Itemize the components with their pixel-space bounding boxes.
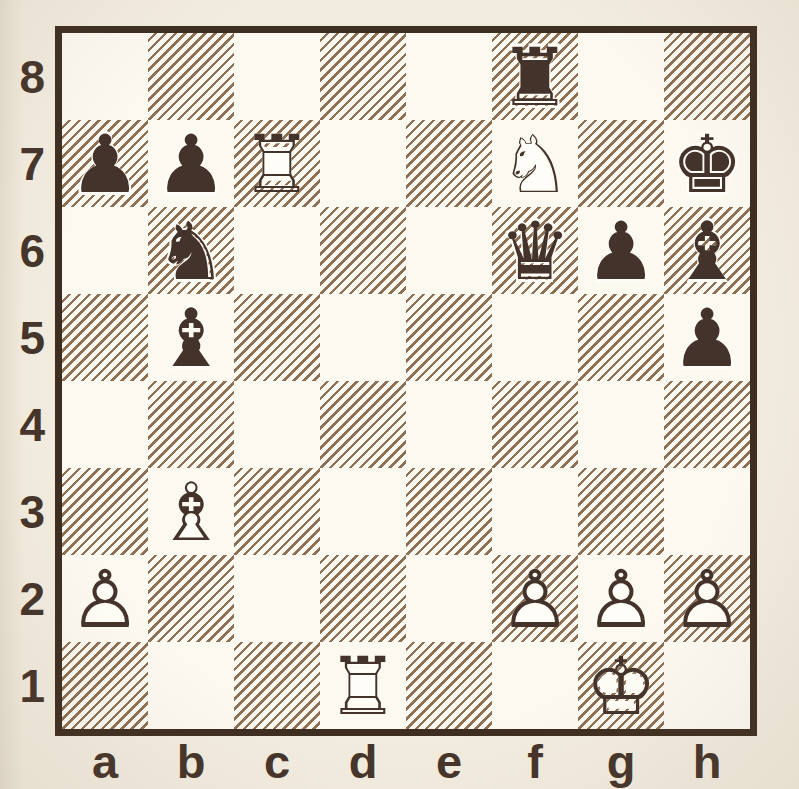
file-label-d: d <box>320 738 406 786</box>
rank-label-4: 4 <box>0 381 50 468</box>
square-a5 <box>62 294 148 381</box>
square-e6 <box>406 207 492 294</box>
white-piece-outline: ♙ <box>664 556 750 643</box>
square-f6: ♛♛ <box>492 207 578 294</box>
square-g2: ♟♙ <box>578 555 664 642</box>
board-grid: ♜♜♟♟♟♟♜♖♞♘♚♚♞♞♛♛♟♟♝♝♝♝♟♟♝♗♟♙♟♙♟♙♟♙♜♖♚♔ <box>62 33 750 729</box>
square-e1 <box>406 642 492 729</box>
square-e5 <box>406 294 492 381</box>
piece-white-rook: ♜♖ <box>234 120 320 207</box>
square-g5 <box>578 294 664 381</box>
file-label-b: b <box>148 738 234 786</box>
white-piece-outline: ♙ <box>492 556 578 643</box>
piece-black-king: ♚♚ <box>664 120 750 207</box>
square-c3 <box>234 468 320 555</box>
square-d1: ♜♖ <box>320 642 406 729</box>
rank-label-5: 5 <box>0 294 50 381</box>
piece-black-knight: ♞♞ <box>148 207 234 294</box>
square-h1 <box>664 642 750 729</box>
square-h2: ♟♙ <box>664 555 750 642</box>
square-b8 <box>148 33 234 120</box>
white-piece-outline: ♖ <box>234 121 320 208</box>
square-b5: ♝♝ <box>148 294 234 381</box>
square-e3 <box>406 468 492 555</box>
square-b2 <box>148 555 234 642</box>
piece-white-pawn: ♟♙ <box>578 555 664 642</box>
white-piece-outline: ♔ <box>578 643 664 730</box>
square-h6: ♝♝ <box>664 207 750 294</box>
square-d8 <box>320 33 406 120</box>
square-c7: ♜♖ <box>234 120 320 207</box>
square-d2 <box>320 555 406 642</box>
square-d4 <box>320 381 406 468</box>
black-piece-glyph: ♜ <box>492 34 578 121</box>
rank-label-8: 8 <box>0 33 50 120</box>
piece-white-bishop: ♝♗ <box>148 468 234 555</box>
piece-white-pawn: ♟♙ <box>492 555 578 642</box>
black-piece-glyph: ♛ <box>492 208 578 295</box>
white-piece-outline: ♙ <box>578 556 664 643</box>
square-d5 <box>320 294 406 381</box>
square-b6: ♞♞ <box>148 207 234 294</box>
square-h7: ♚♚ <box>664 120 750 207</box>
square-g7 <box>578 120 664 207</box>
square-a8 <box>62 33 148 120</box>
piece-black-pawn: ♟♟ <box>62 120 148 207</box>
file-label-h: h <box>664 738 750 786</box>
square-f8: ♜♜ <box>492 33 578 120</box>
square-c5 <box>234 294 320 381</box>
white-piece-outline: ♙ <box>62 556 148 643</box>
piece-black-pawn: ♟♟ <box>664 294 750 381</box>
piece-white-rook: ♜♖ <box>320 642 406 729</box>
piece-black-rook: ♜♜ <box>492 33 578 120</box>
file-label-c: c <box>234 738 320 786</box>
black-piece-glyph: ♟ <box>664 295 750 382</box>
rank-label-7: 7 <box>0 120 50 207</box>
black-piece-glyph: ♝ <box>664 208 750 295</box>
square-f5 <box>492 294 578 381</box>
square-f4 <box>492 381 578 468</box>
white-piece-outline: ♘ <box>492 121 578 208</box>
piece-white-knight: ♞♘ <box>492 120 578 207</box>
rank-label-1: 1 <box>0 642 50 729</box>
square-c8 <box>234 33 320 120</box>
piece-black-queen: ♛♛ <box>492 207 578 294</box>
square-d7 <box>320 120 406 207</box>
square-h3 <box>664 468 750 555</box>
square-h8 <box>664 33 750 120</box>
square-e4 <box>406 381 492 468</box>
piece-white-pawn: ♟♙ <box>62 555 148 642</box>
square-c6 <box>234 207 320 294</box>
piece-white-pawn: ♟♙ <box>664 555 750 642</box>
square-b3: ♝♗ <box>148 468 234 555</box>
square-g3 <box>578 468 664 555</box>
black-piece-glyph: ♟ <box>148 121 234 208</box>
file-label-a: a <box>62 738 148 786</box>
square-c2 <box>234 555 320 642</box>
square-c1 <box>234 642 320 729</box>
file-label-e: e <box>406 738 492 786</box>
square-g6: ♟♟ <box>578 207 664 294</box>
square-h5: ♟♟ <box>664 294 750 381</box>
black-piece-glyph: ♝ <box>148 295 234 382</box>
square-h4 <box>664 381 750 468</box>
square-f2: ♟♙ <box>492 555 578 642</box>
square-a7: ♟♟ <box>62 120 148 207</box>
square-a6 <box>62 207 148 294</box>
white-piece-outline: ♖ <box>320 643 406 730</box>
square-f7: ♞♘ <box>492 120 578 207</box>
square-a4 <box>62 381 148 468</box>
piece-black-bishop: ♝♝ <box>148 294 234 381</box>
square-g8 <box>578 33 664 120</box>
piece-black-pawn: ♟♟ <box>578 207 664 294</box>
black-piece-glyph: ♞ <box>148 208 234 295</box>
piece-white-king: ♚♔ <box>578 642 664 729</box>
piece-black-bishop: ♝♝ <box>664 207 750 294</box>
rank-labels: 87654321 <box>0 33 50 729</box>
square-e8 <box>406 33 492 120</box>
square-g1: ♚♔ <box>578 642 664 729</box>
square-g4 <box>578 381 664 468</box>
rank-label-3: 3 <box>0 468 50 555</box>
black-piece-glyph: ♚ <box>664 121 750 208</box>
square-e7 <box>406 120 492 207</box>
square-a2: ♟♙ <box>62 555 148 642</box>
square-e2 <box>406 555 492 642</box>
file-label-f: f <box>492 738 578 786</box>
rank-label-6: 6 <box>0 207 50 294</box>
black-piece-glyph: ♟ <box>62 121 148 208</box>
white-piece-outline: ♗ <box>148 469 234 556</box>
rank-label-2: 2 <box>0 555 50 642</box>
file-labels: abcdefgh <box>62 738 750 786</box>
piece-black-pawn: ♟♟ <box>148 120 234 207</box>
square-a3 <box>62 468 148 555</box>
square-f3 <box>492 468 578 555</box>
chess-board: ♜♜♟♟♟♟♜♖♞♘♚♚♞♞♛♛♟♟♝♝♝♝♟♟♝♗♟♙♟♙♟♙♟♙♜♖♚♔ <box>55 26 757 736</box>
square-d3 <box>320 468 406 555</box>
black-piece-glyph: ♟ <box>578 208 664 295</box>
file-label-g: g <box>578 738 664 786</box>
square-b7: ♟♟ <box>148 120 234 207</box>
square-f1 <box>492 642 578 729</box>
square-b4 <box>148 381 234 468</box>
square-d6 <box>320 207 406 294</box>
square-b1 <box>148 642 234 729</box>
square-c4 <box>234 381 320 468</box>
square-a1 <box>62 642 148 729</box>
